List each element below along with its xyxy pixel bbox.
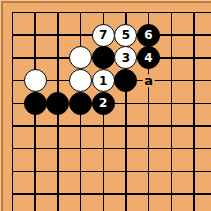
move-number: 1: [99, 75, 107, 87]
grid-line-vertical: [171, 12, 172, 211]
point-label-a[interactable]: a: [142, 74, 155, 87]
stone-white[interactable]: [69, 46, 92, 69]
frame-shadow-left: [1, 1, 3, 211]
move-number: 7: [99, 29, 107, 41]
stone-white[interactable]: [69, 69, 92, 92]
stone-black-4[interactable]: 4: [137, 46, 160, 69]
move-number: 6: [144, 29, 152, 41]
go-diagram: 7563412a: [0, 0, 211, 211]
stone-white-5[interactable]: 5: [114, 24, 137, 47]
stone-black-2[interactable]: 2: [92, 92, 115, 115]
move-number: 5: [122, 29, 130, 41]
grid-line-horizontal: [12, 193, 211, 194]
stone-black[interactable]: [92, 46, 115, 69]
stone-black[interactable]: [69, 92, 92, 115]
stone-white-7[interactable]: 7: [92, 24, 115, 47]
stone-black[interactable]: [114, 69, 137, 92]
frame-highlight-top: [0, 0, 211, 1]
stone-black-6[interactable]: 6: [137, 24, 160, 47]
stone-white-3[interactable]: 3: [114, 46, 137, 69]
grid-line-vertical: [193, 12, 194, 211]
grid-line-horizontal: [12, 171, 211, 172]
grid-line-horizontal: [12, 12, 211, 13]
grid-line-horizontal: [12, 125, 211, 126]
grid-line-horizontal: [12, 148, 211, 149]
stone-white[interactable]: [24, 69, 47, 92]
stone-black[interactable]: [46, 92, 69, 115]
move-number: 4: [144, 52, 152, 64]
move-number: 3: [122, 52, 130, 64]
frame-shadow-top: [1, 1, 211, 3]
grid-line-vertical: [12, 12, 13, 211]
move-number: 2: [99, 97, 107, 109]
stone-black[interactable]: [24, 92, 47, 115]
go-board[interactable]: 7563412a: [0, 0, 211, 211]
stone-white-1[interactable]: 1: [92, 69, 115, 92]
frame-highlight-left: [0, 0, 1, 211]
